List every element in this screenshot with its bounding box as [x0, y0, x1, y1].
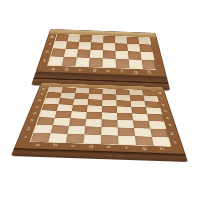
file-label: b [60, 67, 75, 72]
file-label: c [64, 144, 82, 148]
square-f5 [116, 59, 130, 68]
square-c1 [66, 134, 85, 143]
board-frame: abcdefgh8765432187654321 [14, 83, 185, 155]
open-chessboard: abcdefgh8765432187654321 [11, 83, 188, 163]
file-label: d [87, 68, 101, 73]
file-label: h [153, 147, 172, 151]
product-photo-scene: abcdefgh8765 abcdefgh8765432187654321 [0, 0, 200, 200]
file-label: d [82, 145, 100, 149]
squares-grid [30, 87, 171, 147]
square-c5 [75, 57, 89, 66]
square-d1 [83, 134, 101, 143]
folded-chessboard: abcdefgh8765 [31, 29, 170, 91]
file-label: e [100, 145, 118, 149]
rank-label: 1 [168, 138, 182, 147]
square-f1 [118, 136, 136, 145]
file-label: e [101, 69, 115, 74]
file-label: f [115, 69, 129, 74]
square-g1 [135, 136, 154, 145]
square-e5 [102, 58, 116, 67]
file-label: g [129, 70, 143, 75]
square-b1 [48, 133, 67, 142]
file-label: a [28, 143, 47, 147]
file-label: g [135, 147, 153, 151]
square-e1 [101, 135, 119, 144]
square-d5 [89, 58, 103, 67]
board-frame: abcdefgh8765 [36, 29, 167, 77]
file-label: a [46, 67, 61, 72]
file-label: c [74, 68, 88, 73]
square-h5 [142, 60, 157, 69]
squares-grid [47, 34, 156, 70]
file-label: b [46, 143, 65, 147]
file-label: h [142, 70, 157, 75]
file-label: f [118, 146, 136, 150]
